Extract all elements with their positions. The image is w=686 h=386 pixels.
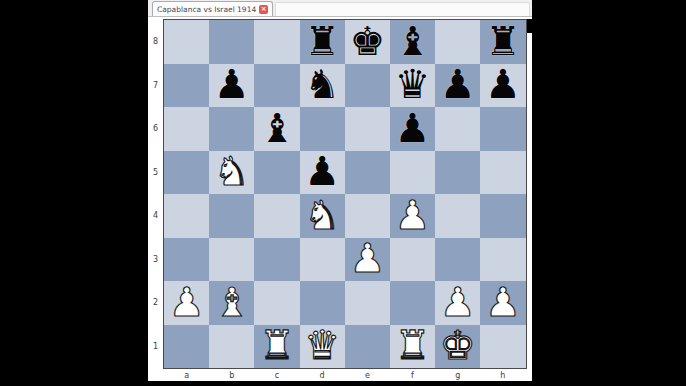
empty-tab-area: [275, 2, 530, 16]
square-f1[interactable]: ♜: [390, 325, 435, 369]
square-e7[interactable]: [345, 64, 390, 108]
square-c6[interactable]: ♝: [254, 107, 299, 151]
square-a2[interactable]: ♟: [164, 281, 209, 325]
square-b5[interactable]: ♞: [209, 151, 254, 195]
file-labels: abcdefgh: [164, 369, 532, 381]
square-e5[interactable]: [345, 151, 390, 195]
square-g7[interactable]: ♟: [435, 64, 480, 108]
square-c8[interactable]: [254, 20, 299, 64]
square-g2[interactable]: ♟: [435, 281, 480, 325]
square-f5[interactable]: [390, 151, 435, 195]
chess-app-window: Capablanca vs Israel 1914 × 87654321 ♜♚♝…: [148, 0, 532, 381]
square-g4[interactable]: [435, 194, 480, 238]
page-background: { "window": { "tab_title": "Capablanca v…: [0, 0, 686, 386]
rank-label-5: 5: [148, 151, 163, 195]
square-g3[interactable]: [435, 238, 480, 282]
square-h3[interactable]: [480, 238, 525, 282]
white-bishop-b2[interactable]: ♝: [214, 282, 250, 322]
file-label-g: g: [435, 369, 480, 381]
square-c7[interactable]: [254, 64, 299, 108]
white-pawn-e3[interactable]: ♟: [349, 238, 385, 278]
square-d5[interactable]: ♟: [300, 151, 345, 195]
rank-label-2: 2: [148, 281, 163, 325]
square-a8[interactable]: [164, 20, 209, 64]
white-knight-d4[interactable]: ♞: [304, 195, 340, 235]
corner-black-box: [527, 19, 541, 33]
square-e2[interactable]: [345, 281, 390, 325]
square-a3[interactable]: [164, 238, 209, 282]
square-f3[interactable]: [390, 238, 435, 282]
black-pawn-f6[interactable]: ♟: [395, 108, 431, 148]
white-rook-c1[interactable]: ♜: [259, 325, 295, 365]
rank-labels: 87654321: [148, 20, 163, 369]
white-king-g1[interactable]: ♚: [440, 325, 476, 365]
rank-label-7: 7: [148, 64, 163, 108]
chess-board: ♜♚♝♜♟♞♛♟♟♝♟♞♟♞♟♟♟♝♟♟♜♛♜♚: [163, 19, 527, 369]
rank-label-6: 6: [148, 107, 163, 151]
black-bishop-c6[interactable]: ♝: [259, 108, 295, 148]
square-h1[interactable]: [480, 325, 525, 369]
square-b2[interactable]: ♝: [209, 281, 254, 325]
white-rook-f1[interactable]: ♜: [395, 325, 431, 365]
square-d8[interactable]: ♜: [300, 20, 345, 64]
rank-label-8: 8: [148, 20, 163, 64]
square-b4[interactable]: [209, 194, 254, 238]
black-rook-h8[interactable]: ♜: [485, 21, 521, 61]
square-f6[interactable]: ♟: [390, 107, 435, 151]
square-d7[interactable]: ♞: [300, 64, 345, 108]
file-label-a: a: [164, 369, 209, 381]
white-knight-b5[interactable]: ♞: [214, 151, 250, 191]
file-label-b: b: [209, 369, 254, 381]
file-label-f: f: [390, 369, 435, 381]
black-king-e8[interactable]: ♚: [349, 21, 385, 61]
white-queen-d1[interactable]: ♛: [304, 325, 340, 365]
square-e1[interactable]: [345, 325, 390, 369]
square-c3[interactable]: [254, 238, 299, 282]
square-d6[interactable]: [300, 107, 345, 151]
square-g1[interactable]: ♚: [435, 325, 480, 369]
square-h8[interactable]: ♜: [480, 20, 525, 64]
square-g6[interactable]: [435, 107, 480, 151]
square-b8[interactable]: [209, 20, 254, 64]
square-b6[interactable]: [209, 107, 254, 151]
square-b7[interactable]: ♟: [209, 64, 254, 108]
square-d1[interactable]: ♛: [300, 325, 345, 369]
file-label-c: c: [254, 369, 299, 381]
square-e3[interactable]: ♟: [345, 238, 390, 282]
black-pawn-b7[interactable]: ♟: [214, 64, 250, 104]
square-a1[interactable]: [164, 325, 209, 369]
square-e8[interactable]: ♚: [345, 20, 390, 64]
file-label-e: e: [345, 369, 390, 381]
file-label-h: h: [480, 369, 525, 381]
tab-title: Capablanca vs Israel 1914: [157, 5, 256, 14]
square-h2[interactable]: ♟: [480, 281, 525, 325]
square-b3[interactable]: [209, 238, 254, 282]
square-c5[interactable]: [254, 151, 299, 195]
close-icon[interactable]: ×: [259, 5, 268, 14]
rank-label-3: 3: [148, 238, 163, 282]
square-h6[interactable]: [480, 107, 525, 151]
black-rook-d8[interactable]: ♜: [304, 21, 340, 61]
tab-capablanca-vs-israel[interactable]: Capablanca vs Israel 1914 ×: [152, 1, 273, 16]
square-a4[interactable]: [164, 194, 209, 238]
black-pawn-h7[interactable]: ♟: [485, 64, 521, 104]
square-a6[interactable]: [164, 107, 209, 151]
square-d2[interactable]: [300, 281, 345, 325]
square-f4[interactable]: ♟: [390, 194, 435, 238]
square-e4[interactable]: [345, 194, 390, 238]
square-c1[interactable]: ♜: [254, 325, 299, 369]
board-zone: 87654321 ♜♚♝♜♟♞♛♟♟♝♟♞♟♞♟♟♟♝♟♟♜♛♜♚: [148, 17, 532, 369]
square-f7[interactable]: ♛: [390, 64, 435, 108]
square-e6[interactable]: [345, 107, 390, 151]
square-c2[interactable]: [254, 281, 299, 325]
square-b1[interactable]: [209, 325, 254, 369]
white-pawn-a2[interactable]: ♟: [169, 282, 205, 322]
black-queen-f7[interactable]: ♛: [395, 64, 431, 104]
white-pawn-g2[interactable]: ♟: [440, 282, 476, 322]
file-label-d: d: [300, 369, 345, 381]
white-pawn-h2[interactable]: ♟: [485, 282, 521, 322]
tab-bar: Capablanca vs Israel 1914 ×: [148, 0, 532, 17]
black-pawn-d5[interactable]: ♟: [304, 151, 340, 191]
rank-label-4: 4: [148, 194, 163, 238]
square-h5[interactable]: [480, 151, 525, 195]
square-c4[interactable]: [254, 194, 299, 238]
black-pawn-g7[interactable]: ♟: [440, 64, 476, 104]
square-d3[interactable]: [300, 238, 345, 282]
square-f2[interactable]: [390, 281, 435, 325]
rank-label-1: 1: [148, 325, 163, 369]
black-knight-d7[interactable]: ♞: [304, 64, 340, 104]
black-bishop-f8[interactable]: ♝: [395, 21, 431, 61]
square-f8[interactable]: ♝: [390, 20, 435, 64]
square-h7[interactable]: ♟: [480, 64, 525, 108]
white-pawn-f4[interactable]: ♟: [395, 195, 431, 235]
square-g8[interactable]: [435, 20, 480, 64]
square-h4[interactable]: [480, 194, 525, 238]
square-g5[interactable]: [435, 151, 480, 195]
square-a7[interactable]: [164, 64, 209, 108]
square-a5[interactable]: [164, 151, 209, 195]
square-d4[interactable]: ♞: [300, 194, 345, 238]
